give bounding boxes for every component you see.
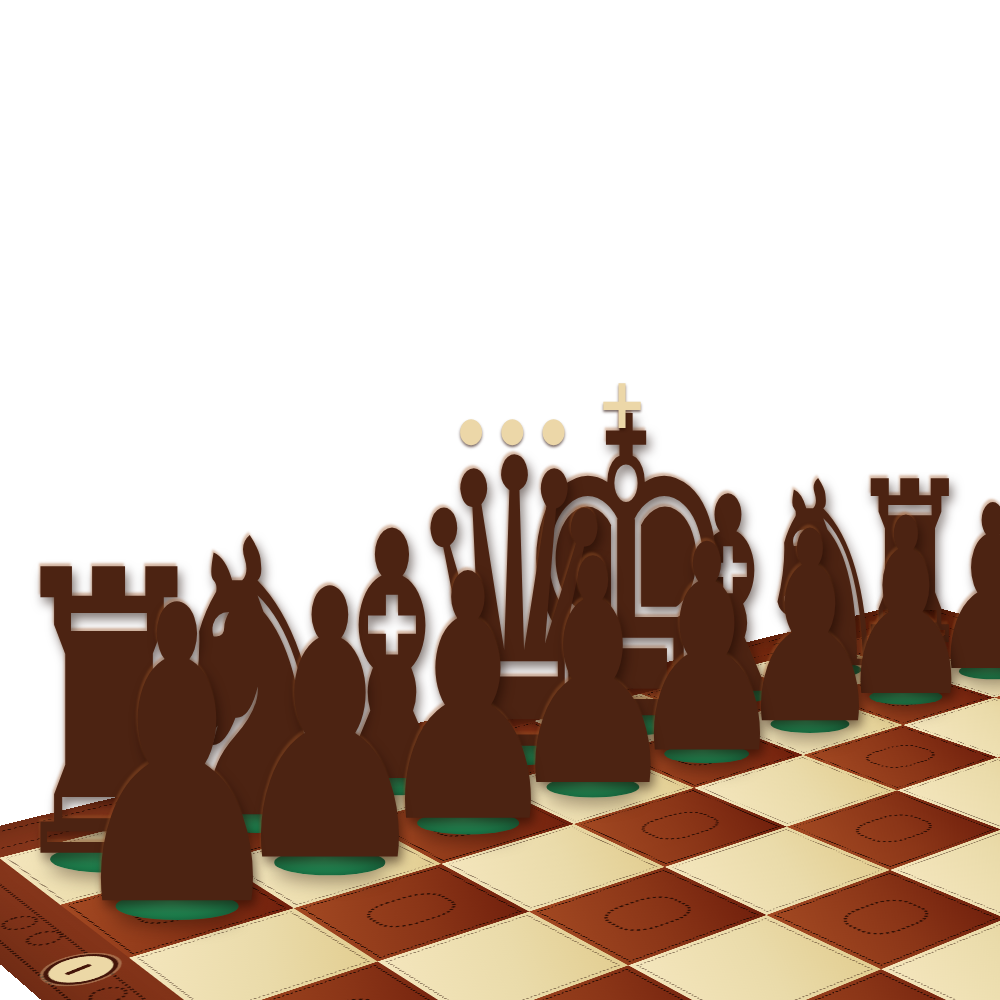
frame-swirl-decoration [0, 913, 43, 933]
frame-swirl-decoration [587, 685, 622, 696]
board-grid [0, 624, 1000, 1000]
frame-swirl-decoration [20, 928, 68, 949]
frame-emblem-mark [64, 964, 92, 975]
frame-swirl-decoration [378, 736, 416, 749]
queen-finial: ● ● ● [459, 413, 570, 447]
frame-swirl-decoration [82, 983, 134, 1000]
frame-swirl-decoration [130, 797, 171, 812]
chess-board [0, 601, 1000, 1000]
frame-emblem [33, 948, 130, 991]
king-finial: + [597, 370, 654, 440]
chess-set-photo: ♜♞♝♛● ● ●♚+♝♞♜♟♟♟♟♟♟♟♟ [0, 0, 1000, 1000]
frame-swirl-decoration [768, 641, 801, 650]
